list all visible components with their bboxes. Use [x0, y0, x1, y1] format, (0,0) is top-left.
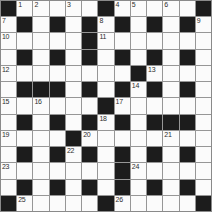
cell-r9c4[interactable]: [50, 131, 65, 146]
cell-r8c9[interactable]: [131, 115, 146, 130]
cell-r13c8[interactable]: 26: [115, 196, 130, 211]
cell-r7c5[interactable]: [66, 98, 81, 113]
cell-r2c6: [82, 17, 97, 32]
cell-r12c9[interactable]: [131, 180, 146, 195]
cell-r6c4: [50, 82, 65, 97]
cell-r5c13[interactable]: [196, 66, 211, 81]
cell-r7c4[interactable]: [50, 98, 65, 113]
cell-r4c9[interactable]: [131, 50, 146, 65]
cell-r7c13[interactable]: [196, 98, 211, 113]
clue-number: 16: [34, 98, 41, 106]
clue-number: 15: [2, 98, 9, 106]
cell-r2c2: [17, 17, 32, 32]
cell-r10c1[interactable]: [1, 147, 16, 162]
cell-r3c6: [82, 33, 97, 48]
clue-number: 26: [116, 196, 123, 204]
cell-r1c6[interactable]: [82, 1, 97, 16]
cell-r13c13: [196, 196, 211, 211]
clue-number: 20: [83, 131, 90, 139]
cell-r5c5[interactable]: [66, 66, 81, 81]
cell-r2c12: [180, 17, 195, 32]
cell-r9c11[interactable]: 21: [163, 131, 178, 146]
clue-number: 7: [2, 17, 6, 25]
cell-r10c6: [82, 147, 97, 162]
cell-r13c7: [98, 196, 113, 211]
clue-number: 1: [18, 1, 22, 9]
clue-number: 12: [2, 66, 9, 74]
cell-r12c5[interactable]: [66, 180, 81, 195]
clue-number: 18: [99, 115, 106, 123]
cell-r9c3[interactable]: [33, 131, 48, 146]
cell-r8c6: [82, 115, 97, 130]
cell-r5c3[interactable]: [33, 66, 48, 81]
cell-r12c1[interactable]: [1, 180, 16, 195]
cell-r8c1[interactable]: [1, 115, 16, 130]
clue-number: 23: [2, 163, 9, 171]
cell-r3c11[interactable]: [163, 33, 178, 48]
cell-r9c8[interactable]: [115, 131, 130, 146]
cell-r12c6: [82, 180, 97, 195]
clue-number: 25: [18, 196, 25, 204]
cell-r12c8: [115, 180, 130, 195]
cell-r10c12: [180, 147, 195, 162]
clue-number: 14: [132, 82, 139, 90]
cell-r13c4[interactable]: [50, 196, 65, 211]
cell-r3c12[interactable]: [180, 33, 195, 48]
cell-r2c10: [147, 17, 162, 32]
cell-r3c7[interactable]: 11: [98, 33, 113, 48]
cell-r9c6[interactable]: 20: [82, 131, 97, 146]
cell-r8c5[interactable]: [66, 115, 81, 130]
cell-r7c10[interactable]: [147, 98, 162, 113]
cell-r3c2[interactable]: [17, 33, 32, 48]
cell-r8c11: [163, 115, 178, 130]
cell-r6c2: [17, 82, 32, 97]
cell-r4c3[interactable]: [33, 50, 48, 65]
cell-r9c2[interactable]: [17, 131, 32, 146]
cell-r4c13[interactable]: [196, 50, 211, 65]
cell-r3c5[interactable]: [66, 33, 81, 48]
cell-r12c2: [17, 180, 32, 195]
cell-r13c9[interactable]: [131, 196, 146, 211]
crossword-grid: 1234567891011121314151617181920212223242…: [0, 0, 212, 212]
cell-r10c10: [147, 147, 162, 162]
clue-number: 17: [116, 98, 123, 106]
cell-r6c1[interactable]: [1, 82, 16, 97]
cell-r1c3[interactable]: 2: [33, 1, 48, 16]
cell-r5c10[interactable]: 13: [147, 66, 162, 81]
cell-r13c5[interactable]: [66, 196, 81, 211]
cell-r6c10: [147, 82, 162, 97]
cell-r6c3: [33, 82, 48, 97]
cell-r12c4: [50, 180, 65, 195]
cell-r3c4[interactable]: [50, 33, 65, 48]
cell-r13c3[interactable]: [33, 196, 48, 211]
cell-r5c2[interactable]: [17, 66, 32, 81]
cell-r10c7[interactable]: [98, 147, 113, 162]
cell-r11c12[interactable]: [180, 163, 195, 178]
cell-r12c10: [147, 180, 162, 195]
cell-r11c8: [115, 163, 130, 178]
cell-r4c7[interactable]: [98, 50, 113, 65]
cell-r1c4[interactable]: [50, 1, 65, 16]
cell-r6c5[interactable]: [66, 82, 81, 97]
cell-r1c13: [196, 1, 211, 16]
cell-r6c12: [180, 82, 195, 97]
clue-number: 5: [132, 1, 136, 9]
cell-r10c13[interactable]: [196, 147, 211, 162]
cell-r7c12[interactable]: [180, 98, 195, 113]
cell-r2c7[interactable]: 8: [98, 17, 113, 32]
cell-r9c5: [66, 131, 81, 146]
cell-r11c1[interactable]: 23: [1, 163, 16, 178]
cell-r7c6[interactable]: [82, 98, 97, 113]
clue-number: 21: [164, 131, 171, 139]
clue-number: 3: [67, 1, 71, 9]
cell-r8c7[interactable]: 18: [98, 115, 113, 130]
cell-r12c13[interactable]: [196, 180, 211, 195]
cell-r1c10[interactable]: [147, 1, 162, 16]
clue-number: 9: [197, 17, 201, 25]
cell-r3c13[interactable]: [196, 33, 211, 48]
cell-r5c8[interactable]: [115, 66, 130, 81]
cell-r6c6: [82, 82, 97, 97]
cell-r5c1[interactable]: 12: [1, 66, 16, 81]
cell-r12c11[interactable]: [163, 180, 178, 195]
cell-r9c13[interactable]: [196, 131, 211, 146]
cell-r8c4: [50, 115, 65, 130]
cell-r12c12: [180, 180, 195, 195]
cell-r2c1[interactable]: 7: [1, 17, 16, 32]
cell-r5c6[interactable]: [82, 66, 97, 81]
cell-r9c10[interactable]: [147, 131, 162, 146]
cell-r5c4[interactable]: [50, 66, 65, 81]
crossword-board: 1234567891011121314151617181920212223242…: [0, 0, 212, 217]
cell-r3c9[interactable]: [131, 33, 146, 48]
cell-r4c2: [17, 50, 32, 65]
cell-r2c11[interactable]: [163, 17, 178, 32]
cell-r9c12[interactable]: [180, 131, 195, 146]
clue-number: 4: [116, 1, 120, 9]
cell-r10c4: [50, 147, 65, 162]
cell-r7c1[interactable]: 15: [1, 98, 16, 113]
cell-r4c12: [180, 50, 195, 65]
cell-r13c12[interactable]: [180, 196, 195, 211]
cell-r6c11[interactable]: [163, 82, 178, 97]
cell-r4c10: [147, 50, 162, 65]
cell-r5c12[interactable]: [180, 66, 195, 81]
cell-r3c3[interactable]: [33, 33, 48, 48]
cell-r11c13[interactable]: [196, 163, 211, 178]
cell-r9c1[interactable]: 19: [1, 131, 16, 146]
cell-r11c9[interactable]: 24: [131, 163, 146, 178]
cell-r7c11[interactable]: [163, 98, 178, 113]
cell-r5c11[interactable]: [163, 66, 178, 81]
cell-r11c4[interactable]: [50, 163, 65, 178]
cell-r7c3[interactable]: 16: [33, 98, 48, 113]
cell-r7c2[interactable]: [17, 98, 32, 113]
cell-r9c9[interactable]: [131, 131, 146, 146]
cell-r1c12[interactable]: [180, 1, 195, 16]
cell-r13c1: [1, 196, 16, 211]
cell-r12c3[interactable]: [33, 180, 48, 195]
cell-r10c9[interactable]: [131, 147, 146, 162]
cell-r10c3[interactable]: [33, 147, 48, 162]
clue-number: 24: [132, 163, 139, 171]
clue-number: 22: [67, 147, 74, 155]
cell-r6c13[interactable]: [196, 82, 211, 97]
clue-number: 2: [34, 1, 38, 9]
cell-r11c11[interactable]: [163, 163, 178, 178]
cell-r6c7[interactable]: [98, 82, 113, 97]
cell-r13c6[interactable]: [82, 196, 97, 211]
cell-r13c11[interactable]: [163, 196, 178, 211]
cell-r1c11[interactable]: 6: [163, 1, 178, 16]
clue-number: 13: [148, 66, 155, 74]
clue-number: 8: [99, 17, 103, 25]
cell-r1c9[interactable]: 5: [131, 1, 146, 16]
cell-r7c9[interactable]: [131, 98, 146, 113]
cell-r5c9: [131, 66, 146, 81]
cell-r6c9[interactable]: 14: [131, 82, 146, 97]
cell-r2c3[interactable]: [33, 17, 48, 32]
cell-r8c3[interactable]: [33, 115, 48, 130]
cell-r10c5[interactable]: 22: [66, 147, 81, 162]
cell-r4c6: [82, 50, 97, 65]
cell-r8c10: [147, 115, 162, 130]
cell-r11c2[interactable]: [17, 163, 32, 178]
cell-r5c7[interactable]: [98, 66, 113, 81]
cell-r1c7: [98, 1, 113, 16]
cell-r8c8: [115, 115, 130, 130]
cell-r11c10[interactable]: [147, 163, 162, 178]
cell-r9c7[interactable]: [98, 131, 113, 146]
bottom-padding: [0, 212, 212, 217]
cell-r3c10[interactable]: [147, 33, 162, 48]
cell-r13c2[interactable]: 25: [17, 196, 32, 211]
cell-r11c5[interactable]: [66, 163, 81, 178]
cell-r2c4: [50, 17, 65, 32]
cell-r8c2: [17, 115, 32, 130]
cell-r12c7[interactable]: [98, 180, 113, 195]
clue-number: 19: [2, 131, 9, 139]
clue-number: 11: [99, 33, 106, 41]
cell-r6c8: [115, 82, 130, 97]
cell-r13c10[interactable]: [147, 196, 162, 211]
cell-r3c8[interactable]: [115, 33, 130, 48]
cell-r1c5[interactable]: 3: [66, 1, 81, 16]
cell-r7c8[interactable]: 17: [115, 98, 130, 113]
cell-r4c11[interactable]: [163, 50, 178, 65]
cell-r10c11[interactable]: [163, 147, 178, 162]
cell-r10c8: [115, 147, 130, 162]
cell-r7c7: [98, 98, 113, 113]
cell-r8c13[interactable]: [196, 115, 211, 130]
clue-number: 6: [164, 1, 168, 9]
clue-number: 10: [2, 33, 9, 41]
cell-r1c2[interactable]: 1: [17, 1, 32, 16]
cell-r11c7[interactable]: [98, 163, 113, 178]
cell-r11c3[interactable]: [33, 163, 48, 178]
cell-r2c5[interactable]: [66, 17, 81, 32]
cell-r3c1[interactable]: 10: [1, 33, 16, 48]
cell-r4c4: [50, 50, 65, 65]
cell-r1c8[interactable]: 4: [115, 1, 130, 16]
cell-r2c8: [115, 17, 130, 32]
cell-r11c6[interactable]: [82, 163, 97, 178]
cell-r2c9[interactable]: [131, 17, 146, 32]
cell-r10c2: [17, 147, 32, 162]
cell-r1c1: [1, 1, 16, 16]
cell-r4c5[interactable]: [66, 50, 81, 65]
cell-r8c12: [180, 115, 195, 130]
cell-r4c8: [115, 50, 130, 65]
cell-r4c1[interactable]: [1, 50, 16, 65]
cell-r2c13[interactable]: 9: [196, 17, 211, 32]
